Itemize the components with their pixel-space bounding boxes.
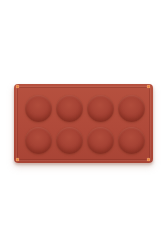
pit-r1c1 bbox=[25, 95, 52, 122]
corner-peg-bottom-left bbox=[16, 158, 19, 161]
pit-r1c3 bbox=[87, 95, 114, 122]
corner-peg-top-left bbox=[16, 85, 19, 88]
pit-r1c4 bbox=[118, 95, 145, 122]
product-photo-canvas bbox=[0, 0, 167, 250]
pit-r1c2 bbox=[56, 95, 83, 122]
pit-r2c4 bbox=[118, 127, 145, 154]
pit-r2c2 bbox=[56, 127, 83, 154]
corner-peg-top-right bbox=[147, 85, 150, 88]
corner-peg-bottom-right bbox=[147, 158, 150, 161]
pit-r2c3 bbox=[87, 127, 114, 154]
pit-r2c1 bbox=[25, 127, 52, 154]
pit-board bbox=[14, 84, 153, 163]
pit-grid bbox=[14, 84, 153, 163]
